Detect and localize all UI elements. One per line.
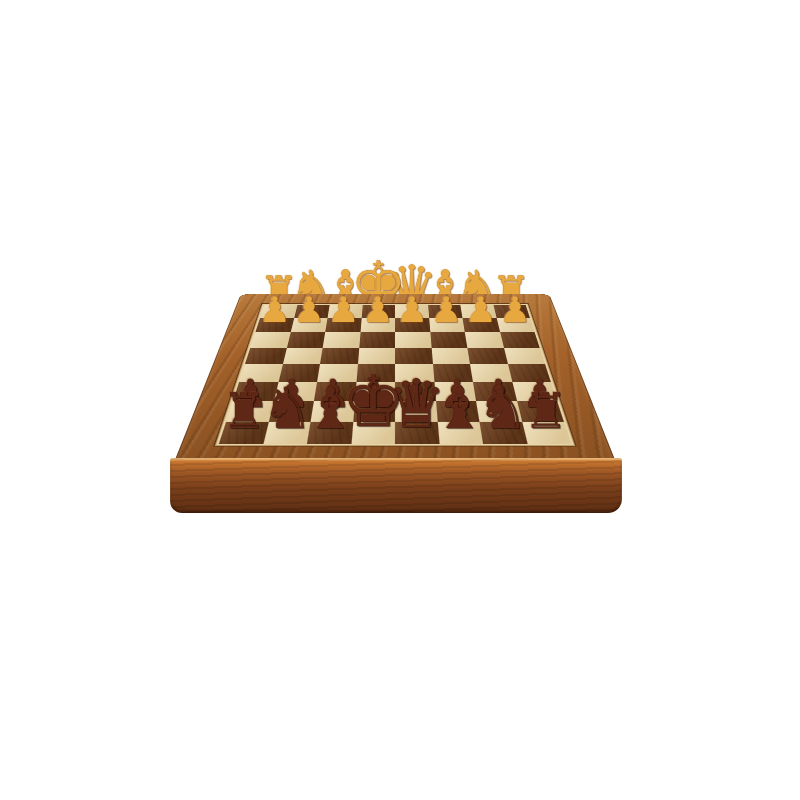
square-c6 [434, 382, 476, 401]
square-a7 [517, 401, 564, 422]
square-h6 [233, 382, 278, 401]
square-h2 [255, 318, 293, 332]
square-b4 [467, 348, 507, 364]
square-b2 [462, 318, 499, 332]
square-d1 [395, 305, 429, 318]
square-g2 [290, 318, 327, 332]
square-e3 [359, 332, 395, 347]
square-h5 [239, 364, 282, 382]
square-b3 [465, 332, 504, 347]
square-d4 [395, 348, 433, 364]
square-f4 [320, 348, 359, 364]
square-h3 [250, 332, 290, 347]
square-a8 [522, 421, 572, 443]
square-f3 [323, 332, 360, 347]
square-g8 [263, 421, 311, 443]
square-b5 [470, 364, 512, 382]
square-d8 [395, 421, 439, 443]
square-b6 [473, 382, 517, 401]
square-a4 [503, 348, 545, 364]
square-g3 [287, 332, 326, 347]
square-e2 [360, 318, 395, 332]
square-a2 [496, 318, 534, 332]
square-d7 [395, 401, 437, 422]
square-a6 [512, 382, 557, 401]
square-g4 [283, 348, 323, 364]
square-c8 [437, 421, 483, 443]
square-h1 [260, 305, 297, 318]
square-e1 [361, 305, 395, 318]
square-d6 [395, 382, 436, 401]
square-d5 [395, 364, 434, 382]
square-a1 [493, 305, 530, 318]
square-h7 [226, 401, 273, 422]
square-b7 [476, 401, 522, 422]
square-c2 [429, 318, 465, 332]
square-g1 [294, 305, 330, 318]
square-b8 [479, 421, 527, 443]
board-fillet [215, 304, 576, 446]
square-e5 [356, 364, 395, 382]
square-d3 [395, 332, 431, 347]
square-e7 [353, 401, 395, 422]
square-b1 [460, 305, 496, 318]
square-h4 [245, 348, 287, 364]
square-c1 [428, 305, 463, 318]
square-g7 [268, 401, 314, 422]
square-c4 [431, 348, 470, 364]
square-c5 [433, 364, 473, 382]
square-a5 [508, 364, 551, 382]
square-g6 [273, 382, 317, 401]
square-e6 [354, 382, 395, 401]
square-f5 [317, 364, 357, 382]
square-f7 [311, 401, 355, 422]
square-f1 [328, 305, 363, 318]
board-grid [219, 305, 571, 444]
square-c3 [430, 332, 467, 347]
square-f2 [325, 318, 361, 332]
square-g5 [278, 364, 320, 382]
square-e4 [358, 348, 396, 364]
square-a3 [500, 332, 540, 347]
square-h8 [219, 421, 269, 443]
square-d2 [395, 318, 430, 332]
square-e8 [351, 421, 395, 443]
square-f8 [307, 421, 353, 443]
chess-set-photo: ♜♞♝♛♚♝♞♜♟♟♟♟♟♟♟♟♟♟♟♟♟♟♟♟♜♞♝♛♚♝♞♜ [0, 0, 800, 800]
square-f6 [314, 382, 356, 401]
square-c7 [436, 401, 480, 422]
board-box-front [170, 458, 622, 513]
chessboard [173, 294, 617, 465]
